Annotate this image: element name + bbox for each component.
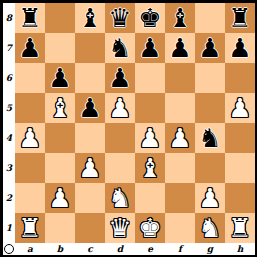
square-g2[interactable]: ♟: [195, 183, 225, 213]
file-labels: abcdefgh: [15, 243, 255, 255]
square-f6[interactable]: [165, 63, 195, 93]
rank-label-1: 1: [3, 213, 15, 243]
square-e7[interactable]: ♟: [135, 33, 165, 63]
square-c3[interactable]: ♟: [75, 153, 105, 183]
square-a4[interactable]: ♟: [15, 123, 45, 153]
black-pawn-h7: ♟: [228, 33, 251, 63]
square-d7[interactable]: ♞: [105, 33, 135, 63]
black-knight-g4: ♞: [198, 123, 221, 153]
file-label-c: c: [75, 243, 105, 255]
file-label-e: e: [135, 243, 165, 255]
square-h8[interactable]: ♜: [225, 3, 255, 33]
white-rook-h1: ♜: [228, 213, 251, 243]
square-d4[interactable]: [105, 123, 135, 153]
rank-label-6: 6: [3, 63, 15, 93]
square-b7[interactable]: [45, 33, 75, 63]
black-rook-a8: ♜: [18, 3, 41, 33]
square-g8[interactable]: [195, 3, 225, 33]
file-label-h: h: [225, 243, 255, 255]
square-d5[interactable]: ♟: [105, 93, 135, 123]
rank-label-7: 7: [3, 33, 15, 63]
white-rook-a1: ♜: [18, 213, 41, 243]
square-f7[interactable]: ♟: [165, 33, 195, 63]
square-g4[interactable]: ♞: [195, 123, 225, 153]
black-bishop-c8: ♝: [78, 3, 101, 33]
square-b3[interactable]: [45, 153, 75, 183]
square-f3[interactable]: [165, 153, 195, 183]
black-pawn-a7: ♟: [18, 33, 41, 63]
square-c4[interactable]: [75, 123, 105, 153]
black-pawn-f7: ♟: [168, 33, 191, 63]
square-h3[interactable]: [225, 153, 255, 183]
square-c7[interactable]: [75, 33, 105, 63]
chess-board-frame: 87654321 ♜♝♛♚♝♜♟♞♟♟♟♟♟♟♝♟♟♟♟♟♟♞♟♝♟♞♟♜♛♚♞…: [0, 0, 257, 257]
black-queen-d8: ♛: [108, 3, 131, 33]
square-c5[interactable]: ♟: [75, 93, 105, 123]
square-a1[interactable]: ♜: [15, 213, 45, 243]
black-pawn-e7: ♟: [138, 33, 161, 63]
square-b8[interactable]: [45, 3, 75, 33]
square-e4[interactable]: ♟: [135, 123, 165, 153]
file-label-b: b: [45, 243, 75, 255]
square-h4[interactable]: [225, 123, 255, 153]
white-knight-d2: ♞: [108, 183, 131, 213]
rank-label-3: 3: [3, 153, 15, 183]
square-a7[interactable]: ♟: [15, 33, 45, 63]
file-label-f: f: [165, 243, 195, 255]
black-rook-h8: ♜: [228, 3, 251, 33]
square-a8[interactable]: ♜: [15, 3, 45, 33]
square-f5[interactable]: [165, 93, 195, 123]
square-h6[interactable]: [225, 63, 255, 93]
black-pawn-c5: ♟: [78, 93, 101, 123]
square-c1[interactable]: [75, 213, 105, 243]
square-f2[interactable]: [165, 183, 195, 213]
square-c6[interactable]: [75, 63, 105, 93]
square-b2[interactable]: ♟: [45, 183, 75, 213]
file-label-d: d: [105, 243, 135, 255]
black-pawn-g7: ♟: [198, 33, 221, 63]
square-b5[interactable]: ♝: [45, 93, 75, 123]
turn-indicator-white: [4, 244, 14, 254]
square-e6[interactable]: [135, 63, 165, 93]
square-e1[interactable]: ♚: [135, 213, 165, 243]
black-pawn-d6: ♟: [108, 63, 131, 93]
square-d1[interactable]: ♛: [105, 213, 135, 243]
square-e3[interactable]: ♝: [135, 153, 165, 183]
white-bishop-b5: ♝: [48, 93, 71, 123]
white-king-e1: ♚: [138, 213, 161, 243]
square-h2[interactable]: [225, 183, 255, 213]
square-b1[interactable]: [45, 213, 75, 243]
square-a6[interactable]: [15, 63, 45, 93]
square-f1[interactable]: [165, 213, 195, 243]
white-pawn-d5: ♟: [108, 93, 131, 123]
white-pawn-f4: ♟: [168, 123, 191, 153]
square-h1[interactable]: ♜: [225, 213, 255, 243]
square-g3[interactable]: [195, 153, 225, 183]
white-pawn-a4: ♟: [18, 123, 41, 153]
square-e5[interactable]: [135, 93, 165, 123]
white-pawn-g2: ♟: [198, 183, 221, 213]
black-pawn-b6: ♟: [48, 63, 71, 93]
rank-label-8: 8: [3, 3, 15, 33]
square-d8[interactable]: ♛: [105, 3, 135, 33]
white-queen-d1: ♛: [108, 213, 131, 243]
square-d3[interactable]: [105, 153, 135, 183]
white-pawn-b2: ♟: [48, 183, 71, 213]
square-e8[interactable]: ♚: [135, 3, 165, 33]
square-h5[interactable]: ♟: [225, 93, 255, 123]
white-pawn-c3: ♟: [78, 153, 101, 183]
square-b4[interactable]: [45, 123, 75, 153]
square-c8[interactable]: ♝: [75, 3, 105, 33]
black-king-e8: ♚: [138, 3, 161, 33]
rank-labels: 87654321: [3, 3, 15, 243]
black-knight-d7: ♞: [108, 33, 131, 63]
white-bishop-e3: ♝: [138, 153, 161, 183]
white-pawn-e4: ♟: [138, 123, 161, 153]
white-pawn-h5: ♟: [228, 93, 251, 123]
file-label-g: g: [195, 243, 225, 255]
square-g7[interactable]: ♟: [195, 33, 225, 63]
rank-label-4: 4: [3, 123, 15, 153]
rank-label-5: 5: [3, 93, 15, 123]
black-bishop-f8: ♝: [168, 3, 191, 33]
square-f8[interactable]: ♝: [165, 3, 195, 33]
square-g6[interactable]: [195, 63, 225, 93]
square-a3[interactable]: [15, 153, 45, 183]
square-g5[interactable]: [195, 93, 225, 123]
chess-board: ♜♝♛♚♝♜♟♞♟♟♟♟♟♟♝♟♟♟♟♟♟♞♟♝♟♞♟♜♛♚♞♜: [15, 3, 255, 243]
square-h7[interactable]: ♟: [225, 33, 255, 63]
white-knight-g1: ♞: [198, 213, 221, 243]
rank-label-2: 2: [3, 183, 15, 213]
square-a5[interactable]: [15, 93, 45, 123]
square-a2[interactable]: [15, 183, 45, 213]
square-b6[interactable]: ♟: [45, 63, 75, 93]
turn-indicator-area: [3, 243, 15, 255]
file-label-a: a: [15, 243, 45, 255]
square-e2[interactable]: [135, 183, 165, 213]
square-d2[interactable]: ♞: [105, 183, 135, 213]
square-c2[interactable]: [75, 183, 105, 213]
square-d6[interactable]: ♟: [105, 63, 135, 93]
square-f4[interactable]: ♟: [165, 123, 195, 153]
square-g1[interactable]: ♞: [195, 213, 225, 243]
